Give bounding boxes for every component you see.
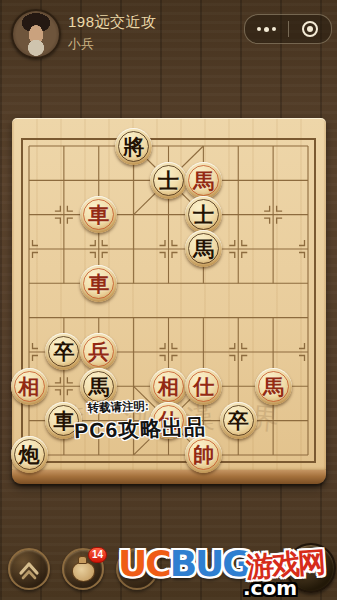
piece-士-black[interactable]: 士 [150,162,187,199]
piece-卒-black[interactable]: 卒 [220,402,257,439]
piece-馬-red[interactable]: 馬 [185,162,222,199]
expand-button[interactable] [8,548,50,590]
watermark-note-line2: PC6攻略出品 [74,413,207,446]
piece-炮-black[interactable]: 炮 [11,436,48,473]
site-watermark-com: .com [243,576,297,600]
piece-glyph: 車 [88,273,109,294]
exit-circle-icon [302,21,318,37]
reward-badge: 14 [88,547,107,563]
piece-glyph: 帥 [193,444,214,465]
piece-glyph: 車 [88,204,109,225]
rank-label: 小兵 [68,35,94,53]
piece-glyph: 仕 [193,376,214,397]
reward-bag-button[interactable]: 14 [62,548,104,590]
piece-glyph: 車 [53,410,74,431]
piece-glyph: 馬 [193,238,214,259]
piece-glyph: 馬 [263,376,284,397]
piece-馬-red[interactable]: 馬 [255,368,292,405]
level-title: 198远交近攻 [68,13,157,32]
miniprogram-capsule [244,14,332,44]
brand-bug: BUG [170,543,250,584]
piece-士-black[interactable]: 士 [185,196,222,233]
chevron-up-icon [12,552,46,586]
exit-button[interactable] [289,15,332,43]
piece-glyph: 兵 [88,341,109,362]
piece-glyph: 士 [193,204,214,225]
more-icon [257,27,276,32]
piece-glyph: 馬 [193,170,214,191]
piece-將-black[interactable]: 將 [115,128,152,165]
piece-glyph: 士 [158,170,179,191]
more-button[interactable] [245,15,288,43]
piece-glyph: 將 [123,136,144,157]
piece-glyph: 馬 [88,376,109,397]
site-watermark-brand: UCBUG [118,543,250,584]
board-edge [12,470,326,484]
piece-車-red[interactable]: 車 [80,265,117,302]
player-avatar[interactable] [11,9,61,59]
strategy-watermark: 转载请注明: PC6攻略出品 [73,397,206,446]
piece-glyph: 相 [158,376,179,397]
app-screen: 198远交近攻 小兵 楚河漢界 將士馬車士馬車卒兵相馬相仕馬車仕卒炮帥 转载请注… [0,0,337,600]
piece-glyph: 相 [19,376,40,397]
money-bag-icon [72,562,95,582]
piece-glyph: 卒 [228,410,249,431]
piece-相-red[interactable]: 相 [11,368,48,405]
brand-uc: UC [118,543,170,584]
xiangqi-board[interactable]: 楚河漢界 將士馬車士馬車卒兵相馬相仕馬車仕卒炮帥 转载请注明: PC6攻略出品 [12,118,326,484]
piece-glyph: 炮 [19,444,40,465]
piece-glyph: 卒 [53,341,74,362]
